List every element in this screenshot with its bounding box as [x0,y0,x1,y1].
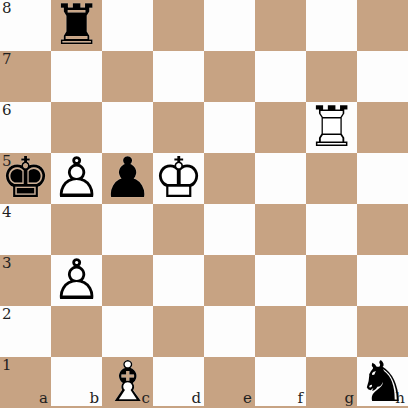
piece-black-king[interactable]: ♚ [0,153,51,204]
piece-white-pawn[interactable]: ♟♙ [51,255,102,306]
square-f1[interactable]: f [255,357,306,408]
square-d5[interactable]: ♚♔ [153,153,204,204]
piece-glyph: ♟ [102,152,153,203]
square-g6[interactable]: ♜♖ [306,102,357,153]
square-g2[interactable] [306,306,357,357]
rank-label: 6 [2,103,12,118]
piece-outline: ♖ [306,101,357,152]
square-a2[interactable]: 2 [0,306,51,357]
square-d7[interactable] [153,51,204,102]
file-label: e [243,391,252,406]
piece-white-bishop[interactable]: ♝♗ [102,357,153,408]
square-d2[interactable] [153,306,204,357]
piece-black-knight[interactable]: ♞ [357,357,408,408]
square-c5[interactable]: ♟ [102,153,153,204]
square-e7[interactable] [204,51,255,102]
square-b7[interactable] [51,51,102,102]
square-b8[interactable]: ♜ [51,0,102,51]
square-c3[interactable] [102,255,153,306]
square-b1[interactable]: b [51,357,102,408]
square-a7[interactable]: 7 [0,51,51,102]
square-a4[interactable]: 4 [0,204,51,255]
square-e6[interactable] [204,102,255,153]
square-c8[interactable] [102,0,153,51]
square-h8[interactable] [357,0,408,51]
square-d8[interactable] [153,0,204,51]
square-g4[interactable] [306,204,357,255]
piece-white-rook[interactable]: ♜♖ [306,102,357,153]
square-d3[interactable] [153,255,204,306]
square-g8[interactable] [306,0,357,51]
piece-outline: ♗ [102,356,153,407]
square-f5[interactable] [255,153,306,204]
square-g1[interactable]: g [306,357,357,408]
square-f4[interactable] [255,204,306,255]
rank-label: 1 [2,358,12,373]
rank-label: 8 [2,1,12,16]
square-h3[interactable] [357,255,408,306]
file-label: f [297,391,303,406]
rank-label: 3 [2,256,12,271]
piece-white-king[interactable]: ♚♔ [153,153,204,204]
square-b2[interactable] [51,306,102,357]
square-g5[interactable] [306,153,357,204]
square-f8[interactable] [255,0,306,51]
piece-outline: ♙ [51,254,102,305]
file-label: d [191,391,201,406]
square-c1[interactable]: c♝♗ [102,357,153,408]
file-label: a [39,391,48,406]
square-d1[interactable]: d [153,357,204,408]
piece-glyph: ♜ [51,0,102,50]
square-a5[interactable]: 5♚ [0,153,51,204]
square-c7[interactable] [102,51,153,102]
square-h1[interactable]: h♞ [357,357,408,408]
piece-glyph: ♞ [357,356,408,407]
square-a3[interactable]: 3 [0,255,51,306]
square-h7[interactable] [357,51,408,102]
square-f2[interactable] [255,306,306,357]
square-g3[interactable] [306,255,357,306]
piece-black-pawn[interactable]: ♟ [102,153,153,204]
square-h5[interactable] [357,153,408,204]
square-e3[interactable] [204,255,255,306]
rank-label: 7 [2,52,12,67]
file-label: g [344,391,354,406]
piece-outline: ♙ [51,152,102,203]
square-a1[interactable]: 1a [0,357,51,408]
square-f6[interactable] [255,102,306,153]
square-b3[interactable]: ♟♙ [51,255,102,306]
piece-black-rook[interactable]: ♜ [51,0,102,51]
piece-glyph: ♚ [0,152,51,203]
piece-outline: ♔ [153,152,204,203]
square-a8[interactable]: 8 [0,0,51,51]
square-e5[interactable] [204,153,255,204]
square-e8[interactable] [204,0,255,51]
square-b5[interactable]: ♟♙ [51,153,102,204]
square-f3[interactable] [255,255,306,306]
square-d4[interactable] [153,204,204,255]
square-f7[interactable] [255,51,306,102]
square-h6[interactable] [357,102,408,153]
square-e2[interactable] [204,306,255,357]
square-e1[interactable]: e [204,357,255,408]
chess-board: 8♜76♜♖5♚♟♙♟♚♔43♟♙21abc♝♗defgh♞ [0,0,408,408]
square-e4[interactable] [204,204,255,255]
square-h4[interactable] [357,204,408,255]
piece-white-pawn[interactable]: ♟♙ [51,153,102,204]
rank-label: 2 [2,307,12,322]
square-c4[interactable] [102,204,153,255]
file-label: b [89,391,99,406]
